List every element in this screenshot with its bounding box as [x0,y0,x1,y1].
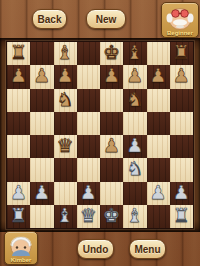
square-g8[interactable] [147,42,170,65]
square-c1[interactable]: ♝ [54,205,77,228]
square-e7[interactable]: ♟ [100,65,123,88]
piece-black-pawn: ♟ [103,66,120,85]
piece-black-pawn: ♟ [126,66,143,85]
piece-black-queen: ♛ [57,136,74,155]
piece-black-pawn: ♟ [57,66,74,85]
undo-button[interactable]: Undo [77,239,114,259]
square-g4[interactable] [147,135,170,158]
square-c6[interactable]: ♞ [54,89,77,112]
piece-white-bishop: ♝ [126,206,143,225]
piece-white-pawn: ♟ [150,183,167,202]
piece-white-bishop: ♝ [57,206,74,225]
piece-black-rook: ♜ [173,43,190,62]
piece-white-pawn: ♟ [10,183,27,202]
menu-button[interactable]: Menu [129,239,166,259]
square-c5[interactable] [54,112,77,135]
square-f5[interactable] [123,112,146,135]
square-g6[interactable] [147,89,170,112]
square-a1[interactable]: ♜ [7,205,30,228]
square-h4[interactable] [170,135,193,158]
square-e4[interactable]: ♟ [100,135,123,158]
square-a2[interactable]: ♟ [7,182,30,205]
square-d4[interactable] [77,135,100,158]
piece-black-pawn: ♟ [10,66,27,85]
square-g1[interactable] [147,205,170,228]
square-a3[interactable] [7,158,30,181]
square-c2[interactable] [54,182,77,205]
square-h3[interactable] [170,158,193,181]
square-h5[interactable] [170,112,193,135]
piece-white-rook: ♜ [10,206,27,225]
square-h2[interactable]: ♟ [170,182,193,205]
square-g3[interactable] [147,158,170,181]
square-d8[interactable] [77,42,100,65]
board-frame: ♜♝♚♝♜♟♟♟♟♟♟♟♞♞♛♟♟♞♟♟♟♟♟♜♝♛♚♝♜ [0,38,200,232]
piece-black-knight: ♞ [57,90,74,109]
square-f1[interactable]: ♝ [123,205,146,228]
square-b8[interactable] [30,42,53,65]
square-a7[interactable]: ♟ [7,65,30,88]
square-c4[interactable]: ♛ [54,135,77,158]
square-e6[interactable] [100,89,123,112]
piece-black-pawn: ♟ [150,66,167,85]
square-c3[interactable] [54,158,77,181]
square-b1[interactable] [30,205,53,228]
square-e1[interactable]: ♚ [100,205,123,228]
piece-black-bishop: ♝ [126,43,143,62]
piece-white-pawn: ♟ [80,183,97,202]
opponent-badge[interactable]: Beginner [161,2,199,38]
piece-white-pawn: ♟ [33,183,50,202]
square-f4[interactable]: ♟ [123,135,146,158]
square-h6[interactable] [170,89,193,112]
square-b2[interactable]: ♟ [30,182,53,205]
square-h8[interactable]: ♜ [170,42,193,65]
new-game-button[interactable]: New [86,9,126,29]
square-g2[interactable]: ♟ [147,182,170,205]
piece-white-pawn: ♟ [126,136,143,155]
square-c8[interactable]: ♝ [54,42,77,65]
piece-white-rook: ♜ [173,206,190,225]
square-g5[interactable] [147,112,170,135]
square-e8[interactable]: ♚ [100,42,123,65]
square-b6[interactable] [30,89,53,112]
opponent-avatar-icon [163,4,197,30]
square-b3[interactable] [30,158,53,181]
piece-black-rook: ♜ [10,43,27,62]
square-f8[interactable]: ♝ [123,42,146,65]
piece-black-pawn: ♟ [173,66,190,85]
square-h7[interactable]: ♟ [170,65,193,88]
square-g7[interactable]: ♟ [147,65,170,88]
square-a8[interactable]: ♜ [7,42,30,65]
piece-black-pawn: ♟ [103,136,120,155]
square-e5[interactable] [100,112,123,135]
piece-white-knight: ♞ [126,159,143,178]
square-b5[interactable] [30,112,53,135]
piece-white-king: ♚ [103,206,120,225]
square-f2[interactable] [123,182,146,205]
square-b7[interactable]: ♟ [30,65,53,88]
square-c7[interactable]: ♟ [54,65,77,88]
square-a4[interactable] [7,135,30,158]
piece-black-bishop: ♝ [57,43,74,62]
square-f7[interactable]: ♟ [123,65,146,88]
square-e3[interactable] [100,158,123,181]
square-a5[interactable] [7,112,30,135]
square-d6[interactable] [77,89,100,112]
piece-white-pawn: ♟ [173,183,190,202]
player-name-label: Kimber [5,257,37,264]
player-badge[interactable]: Kimber [4,231,38,265]
chess-app-screen: Back New Beginner ♜♝♚♝♜♟♟♟♟♟♟♟♞♞♛♟♟♞♟♟♟♟… [0,0,200,266]
square-d5[interactable] [77,112,100,135]
board[interactable]: ♜♝♚♝♜♟♟♟♟♟♟♟♞♞♛♟♟♞♟♟♟♟♟♜♝♛♚♝♜ [6,41,194,229]
opponent-level-label: Beginner [162,30,198,37]
square-a6[interactable] [7,89,30,112]
square-d1[interactable]: ♛ [77,205,100,228]
back-button[interactable]: Back [32,9,67,29]
piece-black-king: ♚ [103,43,120,62]
piece-black-pawn: ♟ [33,66,50,85]
square-e2[interactable] [100,182,123,205]
square-d2[interactable]: ♟ [77,182,100,205]
square-f3[interactable]: ♞ [123,158,146,181]
player-avatar-icon [6,233,36,257]
square-d7[interactable] [77,65,100,88]
piece-white-queen: ♛ [80,206,97,225]
square-h1[interactable]: ♜ [170,205,193,228]
square-d3[interactable] [77,158,100,181]
square-b4[interactable] [30,135,53,158]
square-f6[interactable]: ♞ [123,89,146,112]
piece-black-knight: ♞ [126,90,143,109]
